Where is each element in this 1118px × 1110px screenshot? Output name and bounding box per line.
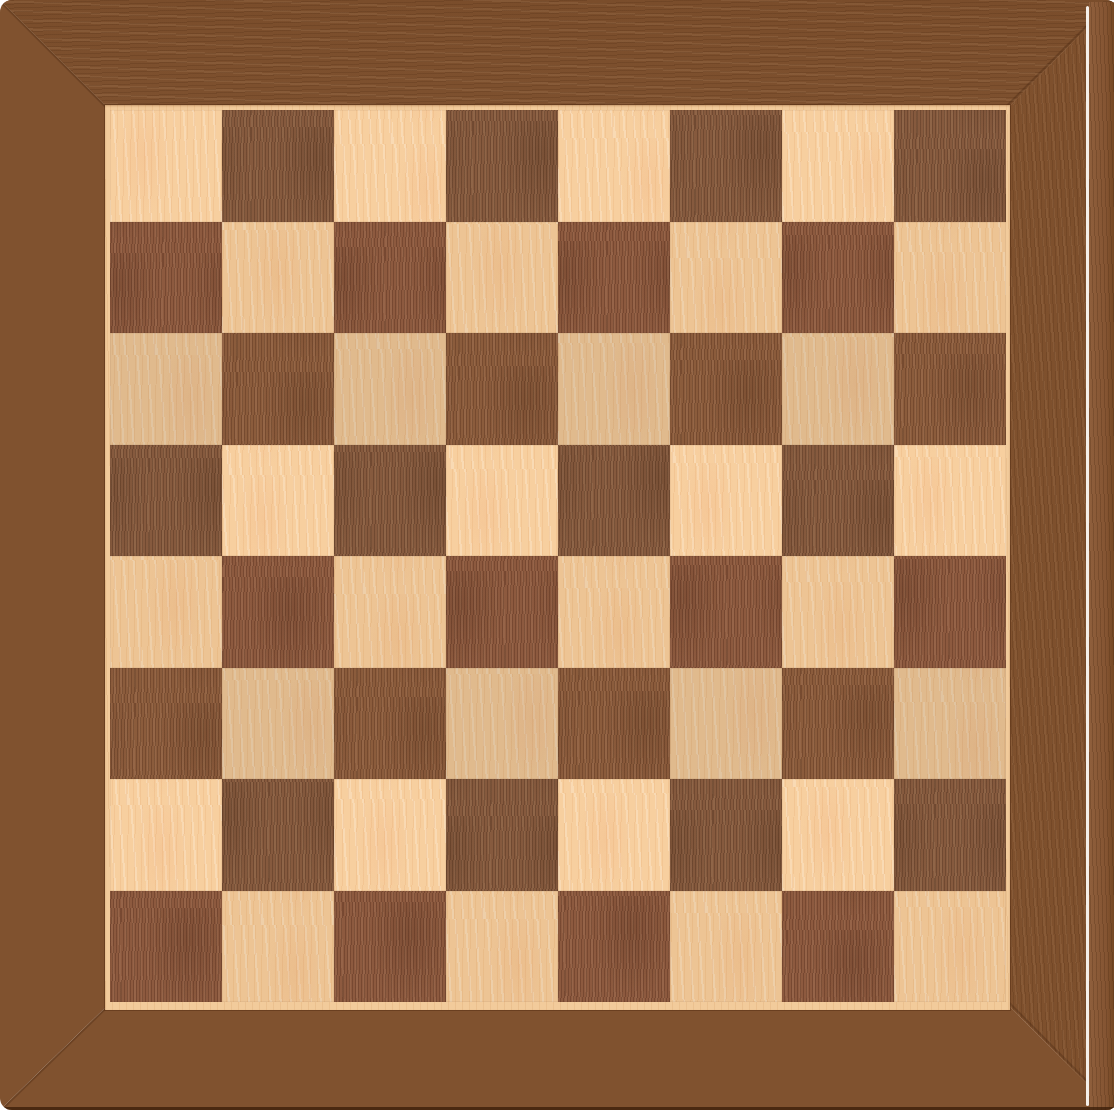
square-a3[interactable] [110,668,222,780]
square-f5[interactable] [670,445,782,557]
square-f7[interactable] [670,222,782,334]
square-c3[interactable] [334,668,446,780]
board-side-face [1089,2,1114,1110]
square-a2[interactable] [110,779,222,891]
square-d8[interactable] [446,110,558,222]
square-g5[interactable] [782,445,894,557]
square-h6[interactable] [894,333,1006,445]
square-b2[interactable] [222,779,334,891]
square-b1[interactable] [222,891,334,1003]
square-e7[interactable] [558,222,670,334]
square-h2[interactable] [894,779,1006,891]
square-a7[interactable] [110,222,222,334]
square-h5[interactable] [894,445,1006,557]
square-h1[interactable] [894,891,1006,1003]
square-d2[interactable] [446,779,558,891]
square-c7[interactable] [334,222,446,334]
squares-grid [110,110,1006,1002]
square-b5[interactable] [222,445,334,557]
square-f8[interactable] [670,110,782,222]
square-b6[interactable] [222,333,334,445]
square-g7[interactable] [782,222,894,334]
square-d4[interactable] [446,556,558,668]
square-f1[interactable] [670,891,782,1003]
square-a8[interactable] [110,110,222,222]
square-g6[interactable] [782,333,894,445]
square-a4[interactable] [110,556,222,668]
square-c5[interactable] [334,445,446,557]
square-g1[interactable] [782,891,894,1003]
square-c4[interactable] [334,556,446,668]
square-e6[interactable] [558,333,670,445]
square-f6[interactable] [670,333,782,445]
square-f3[interactable] [670,668,782,780]
board-photo [0,0,1118,1110]
square-e1[interactable] [558,891,670,1003]
square-g2[interactable] [782,779,894,891]
square-b3[interactable] [222,668,334,780]
square-f2[interactable] [670,779,782,891]
square-b4[interactable] [222,556,334,668]
square-e2[interactable] [558,779,670,891]
square-e5[interactable] [558,445,670,557]
square-h4[interactable] [894,556,1006,668]
square-c8[interactable] [334,110,446,222]
square-d6[interactable] [446,333,558,445]
square-d1[interactable] [446,891,558,1003]
square-d5[interactable] [446,445,558,557]
square-h7[interactable] [894,222,1006,334]
square-d3[interactable] [446,668,558,780]
square-a5[interactable] [110,445,222,557]
square-h3[interactable] [894,668,1006,780]
square-e3[interactable] [558,668,670,780]
square-g3[interactable] [782,668,894,780]
square-g8[interactable] [782,110,894,222]
square-h8[interactable] [894,110,1006,222]
square-c1[interactable] [334,891,446,1003]
square-e4[interactable] [558,556,670,668]
square-c2[interactable] [334,779,446,891]
square-e8[interactable] [558,110,670,222]
square-a6[interactable] [110,333,222,445]
square-f4[interactable] [670,556,782,668]
chess-board [0,0,1118,1110]
square-b8[interactable] [222,110,334,222]
square-d7[interactable] [446,222,558,334]
square-c6[interactable] [334,333,446,445]
square-a1[interactable] [110,891,222,1003]
square-g4[interactable] [782,556,894,668]
square-b7[interactable] [222,222,334,334]
